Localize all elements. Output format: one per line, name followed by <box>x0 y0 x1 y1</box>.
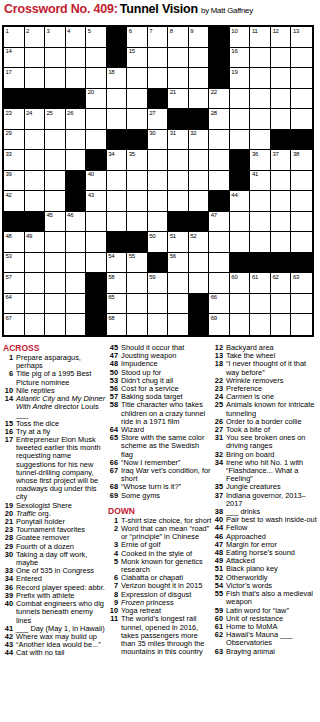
block-r2c11 <box>209 48 230 69</box>
cell-r15c12[interactable] <box>230 314 251 335</box>
clue-number: 37 <box>213 492 226 500</box>
cell-number: 53 <box>6 253 12 260</box>
cell-r12c4[interactable] <box>66 253 87 274</box>
cell-r15c8[interactable] <box>148 314 169 335</box>
cell-r5c1[interactable]: 23 <box>4 109 25 130</box>
cell-r11c4[interactable] <box>66 232 87 253</box>
cell-r3c14[interactable] <box>271 68 292 89</box>
cell-r6c5[interactable] <box>86 130 107 151</box>
crossword-grid: 1234567891011121314151617181920212223242… <box>2 25 314 337</box>
cell-r6c1[interactable]: 29 <box>4 130 25 151</box>
clue-number: 17 <box>3 436 16 444</box>
cell-number: 59 <box>149 274 155 281</box>
cell-r8c5[interactable]: 40 <box>86 171 107 192</box>
cell-r11c1[interactable]: 48 <box>4 232 25 253</box>
cell-r6c10[interactable]: 32 <box>189 130 210 151</box>
block-r9c11 <box>209 191 230 212</box>
clue-text: You see broken ones on driving ranges <box>226 434 317 450</box>
cell-r15c7[interactable] <box>127 314 148 335</box>
block-r9c4 <box>66 191 87 212</box>
cell-r3c15[interactable] <box>291 68 312 89</box>
cell-r8c15[interactable] <box>291 171 312 192</box>
cell-r6c4[interactable] <box>66 130 87 151</box>
cell-number: 26 <box>67 110 73 117</box>
cell-r14c2[interactable] <box>25 294 46 315</box>
block-r5c10 <box>189 109 210 130</box>
cell-r13c10[interactable] <box>189 273 210 294</box>
clue-across-17: 17Entrepreneur Elon Musk tweeted earlier… <box>3 436 107 502</box>
cell-r11c2[interactable]: 49 <box>25 232 46 253</box>
cell-number: 35 <box>129 151 135 158</box>
cell-r5c12[interactable] <box>230 109 251 130</box>
cell-r9c15[interactable] <box>291 191 312 212</box>
cell-r11c8[interactable]: 50 <box>148 232 169 253</box>
clue-number: 58 <box>108 401 121 409</box>
cell-number: 60 <box>231 274 237 281</box>
cell-r15c15[interactable] <box>291 314 312 335</box>
cell-r1c12[interactable]: 10 <box>230 27 251 48</box>
cell-r5c14[interactable] <box>271 109 292 130</box>
cell-r13c1[interactable]: 57 <box>4 273 25 294</box>
cell-r14c7[interactable] <box>127 294 148 315</box>
cell-number: 68 <box>108 315 114 322</box>
cell-number: 30 <box>149 130 155 137</box>
cell-r2c1[interactable]: 14 <box>4 48 25 69</box>
cell-r10c3[interactable]: 45 <box>45 212 66 233</box>
cell-r5c2[interactable]: 24 <box>25 109 46 130</box>
cell-r4c14[interactable] <box>271 89 292 110</box>
cell-number: 58 <box>108 274 114 281</box>
cell-number: 36 <box>252 151 258 158</box>
cell-number: 34 <box>108 151 114 158</box>
cell-r12c2[interactable] <box>25 253 46 274</box>
cell-r2c10[interactable] <box>189 48 210 69</box>
cell-r14c8[interactable] <box>148 294 169 315</box>
cell-r9c13[interactable] <box>250 191 271 212</box>
cell-r8c14[interactable] <box>271 171 292 192</box>
page-title: Crossword No. 409:Tunnel Visionby Matt G… <box>4 2 253 18</box>
cell-r11c9[interactable]: 51 <box>168 232 189 253</box>
cell-r9c2[interactable] <box>25 191 46 212</box>
cell-r13c8[interactable]: 59 <box>148 273 169 294</box>
cell-r15c9[interactable] <box>168 314 189 335</box>
cell-r7c6[interactable]: 34 <box>107 150 128 171</box>
cell-r12c9[interactable]: 56 <box>168 253 189 274</box>
cell-r12c3[interactable] <box>45 253 66 274</box>
cell-r3c8[interactable] <box>148 68 169 89</box>
cell-r9c8[interactable] <box>148 191 169 212</box>
cell-r1c10[interactable]: 9 <box>189 27 210 48</box>
cell-number: 67 <box>6 315 12 322</box>
cell-r10c14[interactable] <box>271 212 292 233</box>
cell-number: 64 <box>6 294 12 301</box>
cell-number: 20 <box>88 89 94 96</box>
cell-r11c15[interactable] <box>291 232 312 253</box>
cell-number: 66 <box>211 294 217 301</box>
cell-number: 41 <box>252 171 258 178</box>
clue-text: Taking a day off work, maybe <box>16 551 107 567</box>
cell-r10c4[interactable]: 46 <box>66 212 87 233</box>
cell-r11c10[interactable]: 52 <box>189 232 210 253</box>
clue-number: 5 <box>108 558 121 566</box>
cell-r13c7[interactable] <box>127 273 148 294</box>
clue-column-3: 12Backyard area13Take the wheel18“I neve… <box>213 344 317 656</box>
cell-r9c6[interactable] <box>107 191 128 212</box>
cell-r5c13[interactable] <box>250 109 271 130</box>
clue-text: Some gyms <box>121 492 212 500</box>
clue-text: Animals known for intricate tunneling <box>226 401 317 417</box>
cell-r12c10[interactable] <box>189 253 210 274</box>
cell-r2c4[interactable] <box>66 48 87 69</box>
cell-r4c15[interactable] <box>291 89 312 110</box>
clue-across-14: 14Atlantic City and My Dinner With Andre… <box>3 395 107 420</box>
cell-number: 33 <box>6 151 12 158</box>
cell-r1c5[interactable]: 5 <box>86 27 107 48</box>
cell-r15c14[interactable] <box>271 314 292 335</box>
cell-r7c13[interactable]: 36 <box>250 150 271 171</box>
cell-r5c7[interactable] <box>127 109 148 130</box>
cell-r15c2[interactable] <box>25 314 46 335</box>
clue-down-34: 34Irene who hit No. 1 with “Flashdance..… <box>213 459 317 484</box>
cell-r7c7[interactable]: 35 <box>127 150 148 171</box>
cell-r7c11[interactable] <box>209 150 230 171</box>
clue-text: “I never thought of it that way before” <box>226 360 317 376</box>
byline: by Matt Gaffney <box>201 6 253 15</box>
cell-number: 21 <box>170 89 176 96</box>
cell-r13c15[interactable]: 63 <box>291 273 312 294</box>
cell-r3c13[interactable] <box>250 68 271 89</box>
cell-r1c9[interactable]: 8 <box>168 27 189 48</box>
cell-r2c9[interactable] <box>168 48 189 69</box>
cell-number: 62 <box>272 274 278 281</box>
cell-number: 37 <box>272 151 278 158</box>
block-r12c12 <box>230 253 251 274</box>
cell-r3c7[interactable] <box>127 68 148 89</box>
cell-r9c1[interactable]: 42 <box>4 191 25 212</box>
cell-r6c11[interactable] <box>209 130 230 151</box>
cell-number: 28 <box>211 110 217 117</box>
cell-r4c13[interactable] <box>250 89 271 110</box>
cell-r14c13[interactable] <box>250 294 271 315</box>
cell-r14c4[interactable] <box>66 294 87 315</box>
cell-r1c1[interactable]: 1 <box>4 27 25 48</box>
cell-r3c3[interactable] <box>45 68 66 89</box>
clue-column-1: ACROSS1Prepare asparagus, perhaps6Title … <box>3 344 107 658</box>
cell-number: 6 <box>129 28 132 35</box>
cell-number: 46 <box>67 212 73 219</box>
cell-r3c10[interactable] <box>189 68 210 89</box>
cell-r9c3[interactable] <box>45 191 66 212</box>
clue-across-40: 40Combat engineers who dig tunnels benea… <box>3 600 107 625</box>
cell-r13c4[interactable] <box>66 273 87 294</box>
block-r10c1 <box>4 212 25 233</box>
cell-r2c3[interactable] <box>45 48 66 69</box>
clue-number: 69 <box>108 492 121 500</box>
cell-r1c13[interactable]: 11 <box>250 27 271 48</box>
cell-number: 29 <box>6 130 12 137</box>
cell-r11c14[interactable] <box>271 232 292 253</box>
cell-r10c12[interactable] <box>230 212 251 233</box>
clue-text: Entrepreneur Elon Musk tweeted earlier t… <box>16 436 107 502</box>
cell-r6c9[interactable]: 31 <box>168 130 189 151</box>
cell-r7c10[interactable] <box>189 150 210 171</box>
cell-r5c4[interactable]: 26 <box>66 109 87 130</box>
clue-across-44: 44Cat with no tail <box>3 649 107 657</box>
cell-number: 55 <box>129 253 135 260</box>
cell-r7c14[interactable]: 37 <box>271 150 292 171</box>
cell-r12c5[interactable] <box>86 253 107 274</box>
cell-number: 5 <box>88 28 91 35</box>
cell-r2c8[interactable] <box>148 48 169 69</box>
cell-r8c6[interactable] <box>107 171 128 192</box>
cell-r10c15[interactable] <box>291 212 312 233</box>
cell-r10c7[interactable] <box>127 212 148 233</box>
cell-r2c15[interactable] <box>291 48 312 69</box>
cell-r5c15[interactable] <box>291 109 312 130</box>
crossword-title: Tunnel Vision <box>120 2 198 16</box>
cell-r8c11[interactable] <box>209 171 230 192</box>
cell-r1c8[interactable]: 7 <box>148 27 169 48</box>
cell-r7c3[interactable] <box>45 150 66 171</box>
clue-across-30: 30Taking a day off work, maybe <box>3 551 107 567</box>
across-header: ACROSS <box>3 344 107 353</box>
clue-number: 11 <box>108 615 121 623</box>
cell-r2c5[interactable] <box>86 48 107 69</box>
cell-r13c12[interactable]: 60 <box>230 273 251 294</box>
cell-r12c11[interactable] <box>209 253 230 274</box>
cell-r14c3[interactable] <box>45 294 66 315</box>
cell-r1c4[interactable]: 4 <box>66 27 87 48</box>
block-r12c13 <box>250 253 271 274</box>
cell-r10c11[interactable]: 47 <box>209 212 230 233</box>
cell-r7c4[interactable] <box>66 150 87 171</box>
cell-r6c3[interactable] <box>45 130 66 151</box>
block-r6c14 <box>271 130 292 151</box>
cell-r7c9[interactable] <box>168 150 189 171</box>
clue-text: Title character who takes children on a … <box>121 401 212 426</box>
cell-number: 24 <box>26 110 32 117</box>
cell-r12c7[interactable]: 55 <box>127 253 148 274</box>
cell-r4c11[interactable]: 22 <box>209 89 230 110</box>
cell-r1c2[interactable]: 2 <box>25 27 46 48</box>
block-r10c10 <box>189 212 210 233</box>
cell-r7c1[interactable]: 33 <box>4 150 25 171</box>
cell-r8c2[interactable] <box>25 171 46 192</box>
cell-r3c12[interactable]: 19 <box>230 68 251 89</box>
block-r5c9 <box>168 109 189 130</box>
clue-text: Fish that’s also a medieval weapon <box>226 590 317 606</box>
clue-text: The world’s longest rail tunnel, opened … <box>121 615 212 656</box>
cell-r13c14[interactable]: 62 <box>271 273 292 294</box>
cell-r10c8[interactable] <box>148 212 169 233</box>
cell-number: 44 <box>231 192 237 199</box>
cell-r2c12[interactable]: 16 <box>230 48 251 69</box>
cell-r11c5[interactable] <box>86 232 107 253</box>
clue-text: Iraq War vet’s condition, for short <box>121 467 212 483</box>
cell-r2c2[interactable] <box>25 48 46 69</box>
cell-r11c11[interactable] <box>209 232 230 253</box>
clue-number: 34 <box>213 459 226 467</box>
cell-r9c10[interactable] <box>189 191 210 212</box>
block-r8c4 <box>66 171 87 192</box>
clue-text: Store with the same color scheme as the … <box>121 434 212 459</box>
cell-r9c9[interactable] <box>168 191 189 212</box>
cell-r2c14[interactable] <box>271 48 292 69</box>
cell-r15c6[interactable]: 68 <box>107 314 128 335</box>
cell-number: 11 <box>252 28 258 35</box>
cell-r10c5[interactable] <box>86 212 107 233</box>
cell-r11c3[interactable] <box>45 232 66 253</box>
cell-r3c9[interactable] <box>168 68 189 89</box>
cell-number: 40 <box>88 171 94 178</box>
cell-number: 65 <box>108 294 114 301</box>
cell-r15c11[interactable]: 69 <box>209 314 230 335</box>
cell-r3c5[interactable] <box>86 68 107 89</box>
cell-r4c10[interactable] <box>189 89 210 110</box>
cell-r8c7[interactable] <box>127 171 148 192</box>
block-r1c6 <box>107 27 128 48</box>
cell-number: 4 <box>67 28 70 35</box>
clue-text: Cat with no tail <box>16 649 107 657</box>
cell-r7c8[interactable] <box>148 150 169 171</box>
clue-text: Monk known for genetics research <box>121 558 212 574</box>
cell-r8c3[interactable] <box>45 171 66 192</box>
cell-r12c1[interactable]: 53 <box>4 253 25 274</box>
cell-r2c13[interactable] <box>250 48 271 69</box>
block-r15c5 <box>86 314 107 335</box>
cell-r6c8[interactable]: 30 <box>148 130 169 151</box>
cell-r4c6[interactable] <box>107 89 128 110</box>
cell-r4c12[interactable] <box>230 89 251 110</box>
cell-r1c14[interactable]: 12 <box>271 27 292 48</box>
clue-text: Word that can mean “road” or “principle”… <box>121 525 212 541</box>
cell-r3c6[interactable]: 18 <box>107 68 128 89</box>
cell-r10c6[interactable] <box>107 212 128 233</box>
cell-number: 47 <box>211 212 217 219</box>
clue-across-67: 67Iraq War vet’s condition, for short <box>108 467 212 483</box>
cell-r8c10[interactable] <box>189 171 210 192</box>
block-r15c10 <box>189 314 210 335</box>
cell-r6c2[interactable] <box>25 130 46 151</box>
cell-r3c4[interactable] <box>66 68 87 89</box>
cell-r14c9[interactable] <box>168 294 189 315</box>
cell-r13c2[interactable] <box>25 273 46 294</box>
clue-number: 55 <box>213 590 226 598</box>
clue-across-69: 69Some gyms <box>108 492 212 500</box>
cell-r4c9[interactable]: 21 <box>168 89 189 110</box>
block-r7c5 <box>86 150 107 171</box>
cell-r6c12[interactable] <box>230 130 251 151</box>
cell-number: 49 <box>26 233 32 240</box>
cell-r14c12[interactable] <box>230 294 251 315</box>
block-r14c10 <box>189 294 210 315</box>
cell-r15c1[interactable]: 67 <box>4 314 25 335</box>
clue-number: 1 <box>3 354 16 362</box>
clue-column-2: 45Should it occur that47Jousting weapon4… <box>108 344 212 656</box>
cell-r14c11[interactable]: 66 <box>209 294 230 315</box>
cell-number: 45 <box>47 212 53 219</box>
cell-number: 10 <box>231 28 237 35</box>
clue-number: 62 <box>213 631 226 639</box>
down-header: DOWN <box>108 507 212 516</box>
clue-number: 40 <box>3 600 16 608</box>
cell-r13c13[interactable]: 61 <box>250 273 271 294</box>
cell-number: 32 <box>190 130 196 137</box>
clue-number: 67 <box>108 467 121 475</box>
cell-r13c6[interactable]: 58 <box>107 273 128 294</box>
cell-r11c12[interactable] <box>230 232 251 253</box>
cell-number: 50 <box>149 233 155 240</box>
cell-r3c2[interactable] <box>25 68 46 89</box>
cell-r1c3[interactable]: 3 <box>45 27 66 48</box>
cell-number: 42 <box>6 192 12 199</box>
cell-r8c13[interactable]: 41 <box>250 171 271 192</box>
cell-number: 13 <box>293 28 299 35</box>
cell-r1c7[interactable]: 6 <box>127 27 148 48</box>
block-r4c3 <box>45 89 66 110</box>
cell-r8c8[interactable] <box>148 171 169 192</box>
cell-number: 2 <box>26 28 29 35</box>
clue-across-65: 65Store with the same color scheme as th… <box>108 434 212 459</box>
cell-r11c13[interactable] <box>250 232 271 253</box>
cell-r9c14[interactable] <box>271 191 292 212</box>
clue-text: Combat engineers who dig tunnels beneath… <box>16 600 107 625</box>
clue-number: 65 <box>108 434 121 442</box>
clue-down-18: 18“I never thought of it that way before… <box>213 360 317 376</box>
cell-r13c9[interactable] <box>168 273 189 294</box>
cell-r13c11[interactable] <box>209 273 230 294</box>
cell-r5c8[interactable]: 27 <box>148 109 169 130</box>
block-r6c6 <box>107 130 128 151</box>
cell-r5c3[interactable]: 25 <box>45 109 66 130</box>
clue-down-11: 11The world’s longest rail tunnel, opene… <box>108 615 212 656</box>
cell-r12c6[interactable]: 54 <box>107 253 128 274</box>
cell-r1c15[interactable]: 13 <box>291 27 312 48</box>
cell-r7c15[interactable]: 38 <box>291 150 312 171</box>
cell-r15c3[interactable] <box>45 314 66 335</box>
cell-r15c4[interactable] <box>66 314 87 335</box>
block-r7c12 <box>230 150 251 171</box>
cell-r14c14[interactable] <box>271 294 292 315</box>
cell-r3c1[interactable]: 17 <box>4 68 25 89</box>
block-r11c7 <box>127 232 148 253</box>
cell-number: 15 <box>129 48 135 55</box>
cell-r5c6[interactable] <box>107 109 128 130</box>
cell-r5c11[interactable]: 28 <box>209 109 230 130</box>
cell-r2c7[interactable]: 15 <box>127 48 148 69</box>
cell-r4c5[interactable]: 20 <box>86 89 107 110</box>
cell-r15c13[interactable] <box>250 314 271 335</box>
cell-r14c15[interactable] <box>291 294 312 315</box>
cell-r9c5[interactable]: 43 <box>86 191 107 212</box>
cell-r13c3[interactable] <box>45 273 66 294</box>
cell-r14c1[interactable]: 64 <box>4 294 25 315</box>
block-r4c1 <box>4 89 25 110</box>
cell-r14c6[interactable]: 65 <box>107 294 128 315</box>
cell-number: 48 <box>6 233 12 240</box>
clue-across-58: 58Title character who takes children on … <box>108 401 212 426</box>
cell-r7c2[interactable] <box>25 150 46 171</box>
crossword-series-number: Crossword No. 409: <box>4 2 118 16</box>
cell-r10c13[interactable] <box>250 212 271 233</box>
cell-r8c9[interactable] <box>168 171 189 192</box>
cell-r5c5[interactable] <box>86 109 107 130</box>
cell-r9c12[interactable]: 44 <box>230 191 251 212</box>
cell-r6c13[interactable] <box>250 130 271 151</box>
cell-r9c7[interactable] <box>127 191 148 212</box>
cell-r4c7[interactable] <box>127 89 148 110</box>
cell-r8c1[interactable]: 39 <box>4 171 25 192</box>
